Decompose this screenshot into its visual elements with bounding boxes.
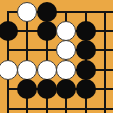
- white-stone: ○: [0, 60, 18, 80]
- white-stone: ○: [56, 60, 76, 80]
- white-stone: ○: [17, 2, 37, 22]
- black-stone: ●: [56, 79, 76, 99]
- black-stone: ●: [37, 21, 57, 41]
- grid-line-vertical: [104, 11, 106, 114]
- black-stone: ●: [37, 2, 57, 22]
- white-stone: ○: [56, 21, 76, 41]
- white-stone: ○: [37, 60, 57, 80]
- black-stone: ●: [0, 21, 18, 41]
- black-stone: ●: [37, 79, 57, 99]
- black-stone: ●: [76, 21, 96, 41]
- black-stone: ●: [76, 40, 96, 60]
- grid-line-horizontal: [7, 108, 113, 110]
- black-stone: ●: [76, 79, 96, 99]
- black-stone: ●: [17, 79, 37, 99]
- white-stone: ○: [56, 40, 76, 60]
- go-board[interactable]: ○●●●○●○●○○○○●●●●●: [0, 0, 113, 113]
- white-stone: ○: [17, 60, 37, 80]
- black-stone: ●: [76, 60, 96, 80]
